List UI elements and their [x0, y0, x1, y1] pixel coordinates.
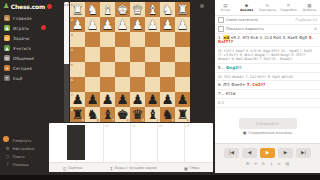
details-icon: ≡ [287, 3, 291, 8]
analysis-icon: ◈ [245, 3, 248, 8]
white-piece-p[interactable]: ♟ [132, 18, 144, 31]
white-piece-n[interactable]: ♞ [162, 3, 174, 16]
search-icon: ○ [5, 154, 10, 159]
sidebar-item-more[interactable]: ≡Ещё [0, 73, 62, 83]
more-icon: ≡ [4, 75, 10, 81]
evaluation-graph[interactable]: 510152025 ◫Оценка↕Ходы с лучшим ходом▦Те… [49, 123, 213, 172]
square-f4[interactable] [100, 47, 115, 62]
sidebar-item-label: Свернуть [13, 138, 32, 143]
result-row[interactable]: 0-1 [215, 99, 320, 108]
tab-report[interactable]: ▤Отчет [215, 0, 236, 15]
evaluation-bar-white-share [64, 2, 69, 64]
square-a2[interactable]: ♟ [175, 17, 190, 32]
save-icon: ▣ [243, 130, 247, 135]
move-text: (6. Лh1 Фxe4+ 7. Сe2 Кf3+ 8. Крf1 Фh1#) [218, 75, 293, 79]
best-move-lines-icon: ↕ [110, 166, 113, 171]
square-c7[interactable]: ♟ [145, 92, 160, 107]
square-g8[interactable]: g♞ [85, 107, 100, 122]
white-piece-p[interactable]: ♟ [117, 18, 129, 31]
rank-label: 6 [71, 78, 73, 82]
sidebar-item-learn[interactable]: ▲Учиться [0, 43, 62, 53]
square-f8[interactable]: f♝ [100, 107, 115, 122]
square-d7[interactable]: ♟ [130, 92, 145, 107]
gridline-label: 25 [186, 124, 190, 128]
move-text: e5 2. Кf3 Кc6 3. Сc4 Кd4 4. Кxe5 Фg5 [230, 35, 309, 40]
square-b1[interactable]: ♞ [160, 2, 175, 17]
gear-icon[interactable]: ⚙ [314, 27, 317, 31]
square-f7[interactable]: ♟ [100, 92, 115, 107]
black-piece-b[interactable]: ♝ [102, 108, 114, 121]
tab-openings[interactable]: ▦Дебюты [299, 0, 320, 15]
square-h6[interactable]: 6 [70, 77, 85, 92]
sidebar-item-label: Учиться [13, 46, 31, 51]
rank-label: 3 [71, 33, 73, 37]
save-button[interactable]: Сохранить [239, 118, 297, 129]
square-b5[interactable] [160, 62, 175, 77]
board-options-icon[interactable] [200, 4, 204, 8]
square-b6[interactable] [160, 77, 175, 92]
themes-icon: ▦ [184, 166, 188, 171]
move-text: Фxg2!! [226, 65, 242, 70]
tab-label: Анализ [240, 8, 253, 12]
logo-text: Chess.com [11, 3, 45, 10]
black-piece-p[interactable]: ♟ [177, 93, 189, 106]
move-row[interactable]: 6. Лf1 Фxe4+ 7. Сe2?? [215, 81, 320, 90]
checkbox[interactable] [218, 26, 224, 32]
square-c1[interactable]: ♝ [145, 2, 160, 17]
tab-label: Дебюты [303, 8, 316, 12]
playback-controls: |◀◀▶▶▶| ⚙+↻↓<▤ [215, 143, 320, 173]
white-piece-r[interactable]: ♜ [177, 3, 189, 16]
square-f2[interactable]: ♟ [100, 17, 115, 32]
file-label: c [157, 118, 159, 122]
white-piece-p[interactable]: ♟ [102, 18, 114, 31]
white-piece-b[interactable]: ♝ [147, 3, 159, 16]
plus-icon[interactable]: + [254, 161, 257, 166]
black-piece-p[interactable]: ♟ [132, 93, 144, 106]
report-icon: ▤ [223, 3, 227, 8]
depth-label: Глубина=13 [296, 18, 317, 22]
black-piece-p[interactable]: ♟ [162, 93, 174, 106]
toggle-label: Показать варианты [226, 27, 264, 31]
square-b2[interactable]: ♟ [160, 17, 175, 32]
sidebar-item-label: Общение [13, 56, 34, 61]
gear-icon: ⚙ [5, 146, 10, 151]
square-e2[interactable]: ♟ [115, 17, 130, 32]
square-h7[interactable]: 7♟ [70, 92, 85, 107]
best-move-lines-label: Ходы с лучшим ходом [115, 166, 157, 170]
prev-move-button[interactable]: ◀ [242, 148, 257, 158]
square-h4[interactable]: 4 [70, 47, 85, 62]
gridline-label: 20 [159, 124, 163, 128]
today-icon: ☀ [4, 65, 10, 71]
file-label: f [113, 118, 114, 122]
square-g1[interactable]: ♞ [85, 2, 100, 17]
puzzles-icon: ◎ [4, 35, 10, 41]
gridline [157, 123, 158, 162]
practice-icon: ↻ [266, 3, 270, 8]
square-d5[interactable] [130, 62, 145, 77]
sidebar-item-label: Поиск [13, 154, 25, 159]
sidebar-item-label: Ещё [13, 76, 22, 81]
sidebar-item-label: Главная [13, 16, 32, 21]
collapse-icon: « [5, 138, 10, 143]
square-h8[interactable]: 8h♜ [70, 107, 85, 122]
play-move-button[interactable]: ▶ [260, 148, 275, 158]
sidebar-item-label: Сегодня [13, 66, 32, 71]
file-label: d [142, 118, 144, 122]
notification-badge [41, 25, 46, 30]
move-text: 5... [218, 65, 226, 70]
tool-icons: ⚙+↻↓<▤ [215, 161, 320, 166]
toggle-label: Самостоятельно [226, 18, 258, 22]
gridline [103, 123, 104, 162]
white-piece-p[interactable]: ♟ [72, 18, 84, 31]
checkbox[interactable] [218, 17, 224, 23]
saved-analyses-label: Сохраненные анализы [248, 131, 292, 135]
black-piece-p[interactable]: ♟ [117, 93, 129, 106]
square-a4[interactable] [175, 47, 190, 62]
square-d2[interactable]: ♟ [130, 17, 145, 32]
square-c5[interactable] [145, 62, 160, 77]
square-a1[interactable]: ♜ [175, 2, 190, 17]
chess-board[interactable]: 1♜♞♝♚♛♝♞♜2♟♟♟♟♟♟♟♟34567♟♟♟♟♟♟♟♟8h♜g♞f♝e♚… [70, 2, 190, 122]
white-piece-p[interactable]: ♟ [177, 18, 189, 31]
square-f3[interactable] [100, 32, 115, 47]
white-piece-b[interactable]: ♝ [102, 3, 114, 16]
panel-toggles: СамостоятельноГлубина=13Показать вариант… [215, 16, 320, 34]
white-piece-n[interactable]: ♞ [87, 3, 99, 16]
square-d8[interactable]: d♛ [130, 107, 145, 122]
gridline-label: 15 [132, 124, 136, 128]
tab-details[interactable]: ≡Подробно [278, 0, 299, 15]
sidebar-item-play[interactable]: ♟Играть [0, 23, 62, 33]
sidebar-item-connect[interactable]: ✉Общение [0, 53, 62, 63]
white-piece-k[interactable]: ♚ [117, 3, 129, 16]
move-row[interactable]: 1. e4 e5 2. Кf3 Кc6 3. Сc4 Кd4 4. Кxe5 Ф… [215, 34, 320, 47]
square-c8[interactable]: c♝ [145, 107, 160, 122]
toggle-self-analysis[interactable]: СамостоятельноГлубина=13 [215, 16, 320, 25]
first-move-button[interactable]: |◀ [224, 148, 239, 158]
playback-buttons: |◀◀▶▶▶| [215, 148, 320, 158]
square-c2[interactable]: ♟ [145, 17, 160, 32]
square-a7[interactable]: ♟ [175, 92, 190, 107]
gear-icon[interactable]: ⚙ [246, 161, 250, 166]
square-b3[interactable] [160, 32, 175, 47]
square-a6[interactable] [175, 77, 190, 92]
square-b7[interactable]: ♟ [160, 92, 175, 107]
connect-icon: ✉ [4, 55, 10, 61]
move-row[interactable]: 7... Кf3# [215, 90, 320, 99]
square-a5[interactable] [175, 62, 190, 77]
rank-label: 4 [71, 48, 73, 52]
move-row[interactable]: 5... Фxg2!! [215, 64, 320, 73]
move-text: 6. Лf1 Фxe4+ [218, 82, 247, 87]
square-e6[interactable] [115, 77, 130, 92]
tab-practice[interactable]: ↻Повторить [257, 0, 278, 15]
sidebar-item-home[interactable]: ⌂Главная [0, 13, 62, 23]
file-label: e [127, 118, 129, 122]
tab-label: Отчет [220, 8, 230, 12]
square-d1[interactable]: ♛ [130, 2, 145, 17]
black-piece-p[interactable]: ♟ [147, 93, 159, 106]
square-g2[interactable]: ♟ [85, 17, 100, 32]
black-piece-p[interactable]: ♟ [102, 93, 114, 106]
square-g5[interactable] [85, 62, 100, 77]
rank-label: 7 [71, 93, 73, 97]
saved-analyses-link[interactable]: ▣ Сохраненные анализы [215, 130, 320, 135]
square-h3[interactable]: 3 [70, 32, 85, 47]
square-h2[interactable]: 2♟ [70, 17, 85, 32]
square-d6[interactable] [130, 77, 145, 92]
white-piece-q[interactable]: ♛ [132, 3, 144, 16]
move-text: 7. Сe2?? [247, 82, 266, 87]
graph-tab-evaluation[interactable]: ◫Оценка [63, 166, 83, 171]
square-e1[interactable]: ♚ [115, 2, 130, 17]
bottom-strip [0, 175, 320, 180]
gridline-label: 10 [105, 124, 109, 128]
sidebar-item-puzzles[interactable]: ◎Задачи [0, 33, 62, 43]
square-g3[interactable] [85, 32, 100, 47]
move-text: 7... Кf3# [218, 91, 236, 96]
white-piece-p[interactable]: ♟ [147, 18, 159, 31]
tab-label: Повторить [259, 8, 277, 12]
square-g4[interactable] [85, 47, 100, 62]
square-g6[interactable] [85, 77, 100, 92]
square-d4[interactable] [130, 47, 145, 62]
black-piece-p[interactable]: ♟ [87, 93, 99, 106]
square-c6[interactable] [145, 77, 160, 92]
move-text: (5. Сxf7+ Крe7 6. 0-0 (6. Кg4 Кf3+ (6...… [218, 49, 312, 61]
evaluation-icon: ◫ [63, 166, 67, 171]
tab-label: Подробно [280, 8, 297, 12]
tab-analysis[interactable]: ◈Анализ [236, 0, 257, 15]
notification-badge [47, 4, 52, 9]
square-g7[interactable]: ♟ [85, 92, 100, 107]
next-move-button[interactable]: ▶ [278, 148, 293, 158]
play-pawn-icon: ♟ [4, 25, 10, 31]
sidebar-item-today[interactable]: ☀Сегодня [0, 63, 62, 73]
white-piece-r[interactable]: ♜ [72, 3, 84, 16]
square-a8[interactable]: a♜ [175, 107, 190, 122]
file-label: h [82, 118, 84, 122]
rank-label: 5 [71, 63, 73, 67]
help-icon: ? [5, 162, 10, 167]
square-e4[interactable] [115, 47, 130, 62]
square-f1[interactable]: ♝ [100, 2, 115, 17]
square-d3[interactable] [130, 32, 145, 47]
logo-pawn-icon: ♟ [3, 3, 9, 10]
layout-icon[interactable]: ▤ [285, 161, 289, 166]
evaluation-value: 0.33 [64, 3, 69, 7]
evaluation-label: Оценка [68, 166, 82, 170]
black-advantage-block [67, 125, 85, 160]
themes-label: Темы [189, 166, 199, 170]
evaluation-bar: 0.33 [64, 2, 69, 122]
rank-label: 2 [71, 18, 73, 22]
flip-board-icon[interactable]: ↻ [262, 161, 265, 166]
sidebar-item-label: Настройки [13, 146, 35, 151]
rank-label: 8 [71, 108, 73, 112]
chesscom-logo[interactable]: ♟ Chess.com [3, 2, 52, 10]
white-piece-p[interactable]: ♟ [162, 18, 174, 31]
square-a3[interactable] [175, 32, 190, 47]
gridline [184, 123, 185, 162]
square-c3[interactable] [145, 32, 160, 47]
home-icon: ⌂ [4, 15, 10, 21]
graph-tab-best-move-lines[interactable]: ↕Ходы с лучшим ходом [110, 166, 157, 171]
panel-tabs: ▤Отчет◈Анализ↻Повторить≡Подробно▦Дебюты [215, 0, 320, 16]
square-e3[interactable] [115, 32, 130, 47]
file-label: g [97, 118, 99, 122]
sidebar-item-label: Задачи [13, 36, 29, 41]
rank-label: 1 [71, 3, 73, 7]
variation-row[interactable]: (5. Сxf7+ Крe7 6. 0-0 (6. Кg4 Кf3+ (6...… [215, 47, 320, 64]
openings-icon: ▦ [307, 3, 311, 8]
square-b8[interactable]: b♞ [160, 107, 175, 122]
file-label: b [172, 118, 174, 122]
variation-row[interactable]: (6. Лh1 Фxe4+ 7. Сe2 Кf3+ 8. Крf1 Фh1#) [215, 73, 320, 81]
black-piece-p[interactable]: ♟ [72, 93, 84, 106]
share-icon[interactable]: < [278, 161, 281, 166]
square-f5[interactable] [100, 62, 115, 77]
move-list: 1. e4 e5 2. Кf3 Кc6 3. Сc4 Кd4 4. Кxe5 Ф… [215, 34, 320, 108]
square-b4[interactable] [160, 47, 175, 62]
move-text: 0-1 [218, 100, 224, 105]
square-e7[interactable]: ♟ [115, 92, 130, 107]
square-h5[interactable]: 5 [70, 62, 85, 77]
toggle-show-lines[interactable]: Показать варианты⚙ [215, 25, 320, 34]
sidebar-item-label: Помощь [13, 162, 30, 167]
graph-tab-themes[interactable]: ▦Темы [184, 166, 199, 171]
square-c4[interactable] [145, 47, 160, 62]
square-e8[interactable]: e♚ [115, 107, 130, 122]
square-f6[interactable] [100, 77, 115, 92]
download-icon[interactable]: ↓ [270, 161, 273, 166]
last-move-button[interactable]: ▶| [296, 148, 311, 158]
square-h1[interactable]: 1♜ [70, 2, 85, 17]
file-label: a [187, 118, 189, 122]
sidebar-menu: ⌂Главная♟Играть◎Задачи▲Учиться✉Общение☀С… [0, 13, 62, 83]
square-e5[interactable] [115, 62, 130, 77]
learn-icon: ▲ [4, 45, 10, 51]
graph-footer-tabs: ◫Оценка↕Ходы с лучшим ходом▦Темы [49, 162, 213, 172]
white-piece-p[interactable]: ♟ [87, 18, 99, 31]
sidebar-item-label: Играть [13, 26, 29, 31]
gridline [130, 123, 131, 162]
